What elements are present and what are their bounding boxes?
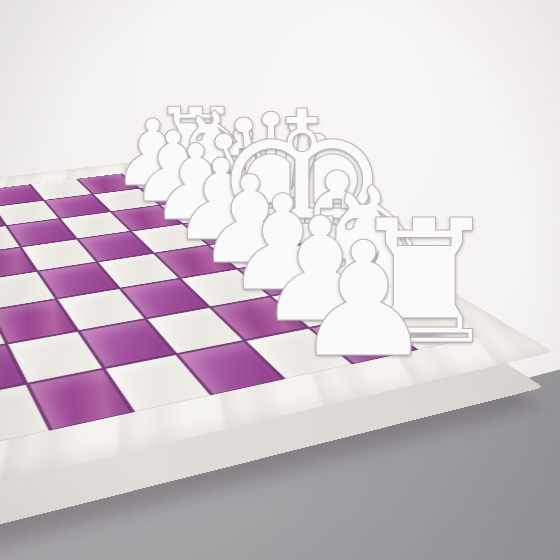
scene: ♜♞♝♛♚♝♞♜♟♟♟♟♟♟♟♟ — [0, 0, 560, 560]
